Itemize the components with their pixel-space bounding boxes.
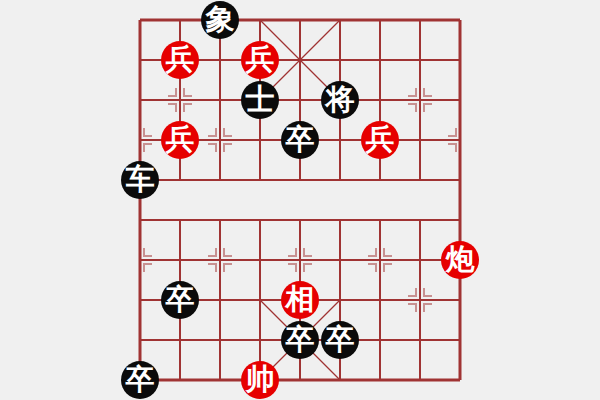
xiangqi-board: 象兵兵士将兵卒兵车炮卒相卒卒卒帅 — [120, 0, 480, 400]
piece-red-elephant-e8[interactable]: 相 — [281, 281, 319, 319]
piece-red-general-d10[interactable]: 帅 — [241, 361, 279, 399]
piece-black-soldier-b8[interactable]: 卒 — [161, 281, 199, 319]
piece-red-cannon-i7[interactable]: 炮 — [441, 241, 479, 279]
piece-black-soldier-e9[interactable]: 卒 — [281, 321, 319, 359]
piece-black-elephant-c1[interactable]: 象 — [201, 1, 239, 39]
piece-black-general-f3[interactable]: 将 — [321, 81, 359, 119]
pieces-layer[interactable]: 象兵兵士将兵卒兵车炮卒相卒卒卒帅 — [120, 0, 480, 400]
piece-black-soldier-f9[interactable]: 卒 — [321, 321, 359, 359]
piece-red-soldier-b4[interactable]: 兵 — [161, 121, 199, 159]
screenshot-canvas: 象兵兵士将兵卒兵车炮卒相卒卒卒帅 — [0, 0, 600, 400]
piece-black-chariot-a5[interactable]: 车 — [121, 161, 159, 199]
piece-red-soldier-b2[interactable]: 兵 — [161, 41, 199, 79]
piece-red-soldier-d2[interactable]: 兵 — [241, 41, 279, 79]
piece-black-soldier-a10[interactable]: 卒 — [121, 361, 159, 399]
piece-black-soldier-e4[interactable]: 卒 — [281, 121, 319, 159]
piece-red-soldier-g4[interactable]: 兵 — [361, 121, 399, 159]
piece-black-advisor-d3[interactable]: 士 — [241, 81, 279, 119]
